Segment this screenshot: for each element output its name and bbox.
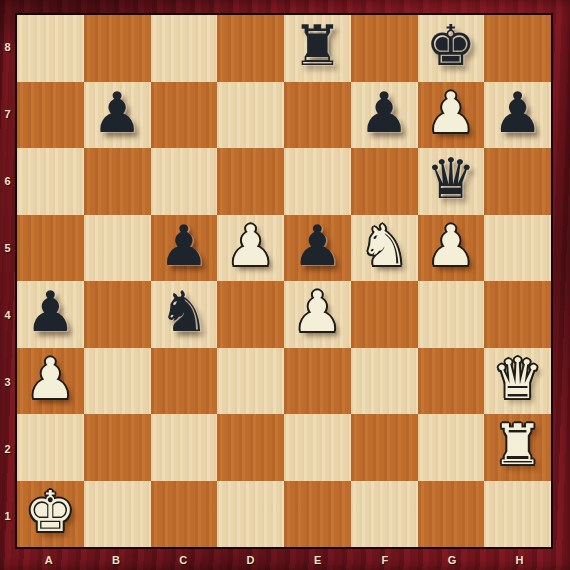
square-c4[interactable]: ♞ — [151, 281, 218, 348]
square-e7[interactable] — [284, 82, 351, 149]
rank-label-8: 8 — [0, 13, 15, 80]
piece-black-pawn[interactable]: ♟ — [292, 218, 342, 274]
piece-white-queen[interactable]: ♛ — [493, 351, 543, 407]
square-d8[interactable] — [217, 15, 284, 82]
rank-label-1: 1 — [0, 482, 15, 549]
piece-white-rook[interactable]: ♜ — [493, 417, 543, 473]
square-d4[interactable] — [217, 281, 284, 348]
square-d1[interactable] — [217, 481, 284, 548]
file-label-f: F — [351, 549, 418, 570]
square-b1[interactable] — [84, 481, 151, 548]
square-a7[interactable] — [17, 82, 84, 149]
square-h4[interactable] — [484, 281, 551, 348]
square-b2[interactable] — [84, 414, 151, 481]
square-e5[interactable]: ♟ — [284, 215, 351, 282]
file-label-a: A — [15, 549, 82, 570]
square-e6[interactable] — [284, 148, 351, 215]
square-h2[interactable]: ♜ — [484, 414, 551, 481]
square-c1[interactable] — [151, 481, 218, 548]
piece-black-pawn[interactable]: ♟ — [493, 85, 543, 141]
square-c2[interactable] — [151, 414, 218, 481]
square-e4[interactable]: ♟ — [284, 281, 351, 348]
square-g1[interactable] — [418, 481, 485, 548]
square-c6[interactable] — [151, 148, 218, 215]
square-b3[interactable] — [84, 348, 151, 415]
piece-white-pawn[interactable]: ♟ — [426, 218, 476, 274]
piece-black-pawn[interactable]: ♟ — [359, 85, 409, 141]
square-d7[interactable] — [217, 82, 284, 149]
square-f8[interactable] — [351, 15, 418, 82]
square-f4[interactable] — [351, 281, 418, 348]
file-labels: ABCDEFGH — [15, 549, 553, 570]
rank-label-4: 4 — [0, 281, 15, 348]
square-f5[interactable]: ♞ — [351, 215, 418, 282]
square-h8[interactable] — [484, 15, 551, 82]
file-label-d: D — [217, 549, 284, 570]
square-b5[interactable] — [84, 215, 151, 282]
rank-label-7: 7 — [0, 80, 15, 147]
square-b8[interactable] — [84, 15, 151, 82]
square-a5[interactable] — [17, 215, 84, 282]
square-e8[interactable]: ♜ — [284, 15, 351, 82]
square-g3[interactable] — [418, 348, 485, 415]
piece-black-rook[interactable]: ♜ — [292, 18, 342, 74]
file-label-e: E — [284, 549, 351, 570]
piece-white-pawn[interactable]: ♟ — [292, 284, 342, 340]
square-a3[interactable]: ♟ — [17, 348, 84, 415]
file-label-h: H — [486, 549, 553, 570]
square-a6[interactable] — [17, 148, 84, 215]
rank-label-5: 5 — [0, 214, 15, 281]
file-label-g: G — [419, 549, 486, 570]
square-g7[interactable]: ♟ — [418, 82, 485, 149]
square-a8[interactable] — [17, 15, 84, 82]
square-h5[interactable] — [484, 215, 551, 282]
piece-black-pawn[interactable]: ♟ — [92, 85, 142, 141]
square-h6[interactable] — [484, 148, 551, 215]
square-c8[interactable] — [151, 15, 218, 82]
square-a4[interactable]: ♟ — [17, 281, 84, 348]
piece-black-pawn[interactable]: ♟ — [25, 284, 75, 340]
square-g2[interactable] — [418, 414, 485, 481]
square-e3[interactable] — [284, 348, 351, 415]
piece-white-pawn[interactable]: ♟ — [226, 218, 276, 274]
square-h1[interactable] — [484, 481, 551, 548]
piece-black-pawn[interactable]: ♟ — [159, 218, 209, 274]
square-a1[interactable]: ♚ — [17, 481, 84, 548]
square-d3[interactable] — [217, 348, 284, 415]
square-e1[interactable] — [284, 481, 351, 548]
square-c3[interactable] — [151, 348, 218, 415]
square-g4[interactable] — [418, 281, 485, 348]
square-f3[interactable] — [351, 348, 418, 415]
square-f1[interactable] — [351, 481, 418, 548]
square-b6[interactable] — [84, 148, 151, 215]
chess-board[interactable]: ♜♚♟♟♟♟♛♟♟♟♞♟♟♞♟♟♛♜♚ — [15, 13, 553, 549]
square-a2[interactable] — [17, 414, 84, 481]
rank-label-6: 6 — [0, 147, 15, 214]
piece-black-knight[interactable]: ♞ — [159, 284, 209, 340]
square-f6[interactable] — [351, 148, 418, 215]
piece-white-knight[interactable]: ♞ — [359, 218, 409, 274]
rank-label-3: 3 — [0, 348, 15, 415]
file-label-b: B — [82, 549, 149, 570]
square-c7[interactable] — [151, 82, 218, 149]
square-h7[interactable]: ♟ — [484, 82, 551, 149]
square-g6[interactable]: ♛ — [418, 148, 485, 215]
square-d6[interactable] — [217, 148, 284, 215]
rank-label-2: 2 — [0, 415, 15, 482]
square-d5[interactable]: ♟ — [217, 215, 284, 282]
file-label-c: C — [150, 549, 217, 570]
square-f2[interactable] — [351, 414, 418, 481]
square-e2[interactable] — [284, 414, 351, 481]
piece-black-queen[interactable]: ♛ — [426, 151, 476, 207]
square-f7[interactable]: ♟ — [351, 82, 418, 149]
square-c5[interactable]: ♟ — [151, 215, 218, 282]
piece-white-king[interactable]: ♚ — [25, 484, 75, 540]
piece-white-pawn[interactable]: ♟ — [25, 351, 75, 407]
square-g5[interactable]: ♟ — [418, 215, 485, 282]
piece-black-king[interactable]: ♚ — [426, 18, 476, 74]
square-d2[interactable] — [217, 414, 284, 481]
rank-labels: 87654321 — [0, 13, 15, 549]
square-h3[interactable]: ♛ — [484, 348, 551, 415]
square-g8[interactable]: ♚ — [418, 15, 485, 82]
square-b4[interactable] — [84, 281, 151, 348]
piece-white-pawn[interactable]: ♟ — [426, 85, 476, 141]
square-b7[interactable]: ♟ — [84, 82, 151, 149]
